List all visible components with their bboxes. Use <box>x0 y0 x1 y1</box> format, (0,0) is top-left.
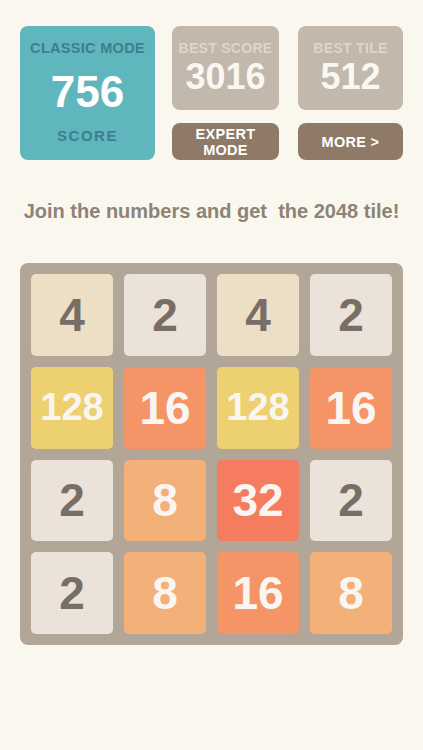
header-stats: CLASSIC MODE 756 SCORE BEST SCORE 3016 B… <box>0 0 423 180</box>
tile-128: 128 <box>217 367 299 449</box>
tile-8: 8 <box>124 552 206 634</box>
tile-2: 2 <box>124 274 206 356</box>
tile-2: 2 <box>310 274 392 356</box>
tile-2: 2 <box>31 552 113 634</box>
more-button[interactable]: MORE > <box>298 123 403 160</box>
best-score-label: BEST SCORE <box>178 40 272 56</box>
tile-16: 16 <box>217 552 299 634</box>
best-score-box: BEST SCORE 3016 <box>172 26 279 110</box>
expert-mode-button[interactable]: EXPERT MODE <box>172 123 279 160</box>
tile-128: 128 <box>31 367 113 449</box>
score-label: SCORE <box>57 127 118 144</box>
tile-16: 16 <box>310 367 392 449</box>
tile-4: 4 <box>217 274 299 356</box>
tagline: Join the numbers and get the 2048 tile! <box>0 196 423 226</box>
current-score-value: 756 <box>51 70 124 114</box>
tile-8: 8 <box>310 552 392 634</box>
classic-mode-score-box: CLASSIC MODE 756 SCORE <box>20 26 155 160</box>
best-tile-box: BEST TILE 512 <box>298 26 403 110</box>
best-score-value: 3016 <box>185 58 265 96</box>
board[interactable]: 424212816128162832228168 <box>20 263 403 645</box>
tile-32: 32 <box>217 460 299 542</box>
tile-2: 2 <box>310 460 392 542</box>
best-tile-label: BEST TILE <box>313 40 387 56</box>
classic-mode-label: CLASSIC MODE <box>30 40 145 56</box>
best-tile-value: 512 <box>320 58 380 96</box>
tile-16: 16 <box>124 367 206 449</box>
tile-8: 8 <box>124 460 206 542</box>
tile-2: 2 <box>31 460 113 542</box>
tile-4: 4 <box>31 274 113 356</box>
